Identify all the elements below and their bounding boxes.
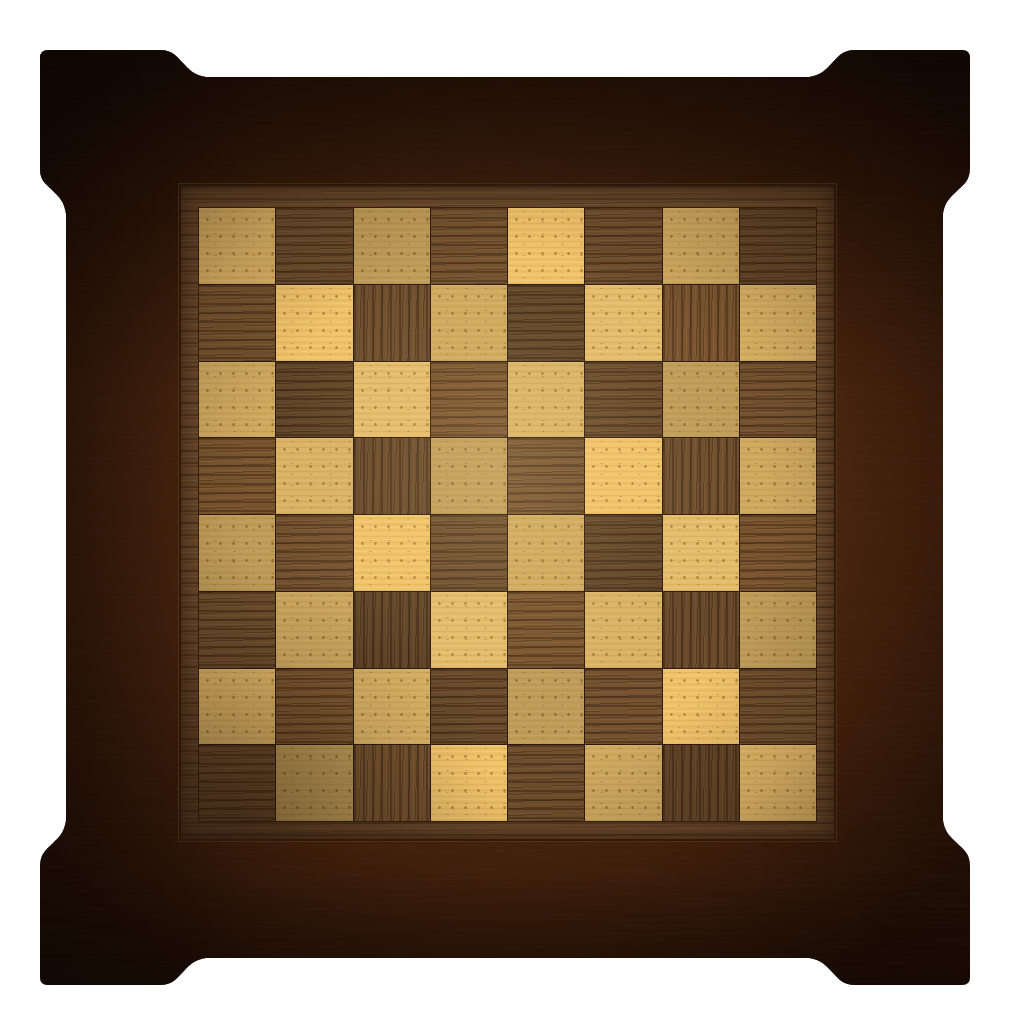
square-e5[interactable] bbox=[508, 438, 584, 514]
square-a5[interactable] bbox=[199, 438, 275, 514]
square-f1[interactable] bbox=[585, 745, 661, 821]
square-f2[interactable] bbox=[585, 669, 661, 745]
square-c4[interactable] bbox=[354, 515, 430, 591]
square-b5[interactable] bbox=[276, 438, 352, 514]
square-h4[interactable] bbox=[740, 515, 816, 591]
square-b8[interactable] bbox=[276, 208, 352, 284]
square-h8[interactable] bbox=[740, 208, 816, 284]
square-e6[interactable] bbox=[508, 362, 584, 438]
square-f7[interactable] bbox=[585, 285, 661, 361]
square-f5[interactable] bbox=[585, 438, 661, 514]
square-d1[interactable] bbox=[431, 745, 507, 821]
square-b1[interactable] bbox=[276, 745, 352, 821]
square-e4[interactable] bbox=[508, 515, 584, 591]
square-a4[interactable] bbox=[199, 515, 275, 591]
square-c2[interactable] bbox=[354, 669, 430, 745]
square-e3[interactable] bbox=[508, 592, 584, 668]
square-g8[interactable] bbox=[663, 208, 739, 284]
square-h3[interactable] bbox=[740, 592, 816, 668]
square-h2[interactable] bbox=[740, 669, 816, 745]
square-a2[interactable] bbox=[199, 669, 275, 745]
square-d3[interactable] bbox=[431, 592, 507, 668]
square-c1[interactable] bbox=[354, 745, 430, 821]
chess-board-grid bbox=[199, 208, 816, 821]
square-b3[interactable] bbox=[276, 592, 352, 668]
square-e1[interactable] bbox=[508, 745, 584, 821]
square-a7[interactable] bbox=[199, 285, 275, 361]
square-c6[interactable] bbox=[354, 362, 430, 438]
square-c5[interactable] bbox=[354, 438, 430, 514]
square-e8[interactable] bbox=[508, 208, 584, 284]
square-a8[interactable] bbox=[199, 208, 275, 284]
square-d8[interactable] bbox=[431, 208, 507, 284]
square-b7[interactable] bbox=[276, 285, 352, 361]
square-g1[interactable] bbox=[663, 745, 739, 821]
square-g3[interactable] bbox=[663, 592, 739, 668]
square-d5[interactable] bbox=[431, 438, 507, 514]
square-c3[interactable] bbox=[354, 592, 430, 668]
square-d4[interactable] bbox=[431, 515, 507, 591]
square-d6[interactable] bbox=[431, 362, 507, 438]
square-h5[interactable] bbox=[740, 438, 816, 514]
square-b4[interactable] bbox=[276, 515, 352, 591]
square-e2[interactable] bbox=[508, 669, 584, 745]
square-c7[interactable] bbox=[354, 285, 430, 361]
square-f6[interactable] bbox=[585, 362, 661, 438]
square-f4[interactable] bbox=[585, 515, 661, 591]
square-g7[interactable] bbox=[663, 285, 739, 361]
square-g5[interactable] bbox=[663, 438, 739, 514]
square-a6[interactable] bbox=[199, 362, 275, 438]
square-b2[interactable] bbox=[276, 669, 352, 745]
square-f8[interactable] bbox=[585, 208, 661, 284]
square-d2[interactable] bbox=[431, 669, 507, 745]
square-d7[interactable] bbox=[431, 285, 507, 361]
square-g4[interactable] bbox=[663, 515, 739, 591]
square-a1[interactable] bbox=[199, 745, 275, 821]
square-a3[interactable] bbox=[199, 592, 275, 668]
square-h7[interactable] bbox=[740, 285, 816, 361]
chessboard-product-photo bbox=[0, 0, 1024, 1024]
square-c8[interactable] bbox=[354, 208, 430, 284]
square-g2[interactable] bbox=[663, 669, 739, 745]
square-f3[interactable] bbox=[585, 592, 661, 668]
square-e7[interactable] bbox=[508, 285, 584, 361]
square-h6[interactable] bbox=[740, 362, 816, 438]
square-h1[interactable] bbox=[740, 745, 816, 821]
square-g6[interactable] bbox=[663, 362, 739, 438]
board-inlay-panel bbox=[181, 186, 834, 839]
square-b6[interactable] bbox=[276, 362, 352, 438]
